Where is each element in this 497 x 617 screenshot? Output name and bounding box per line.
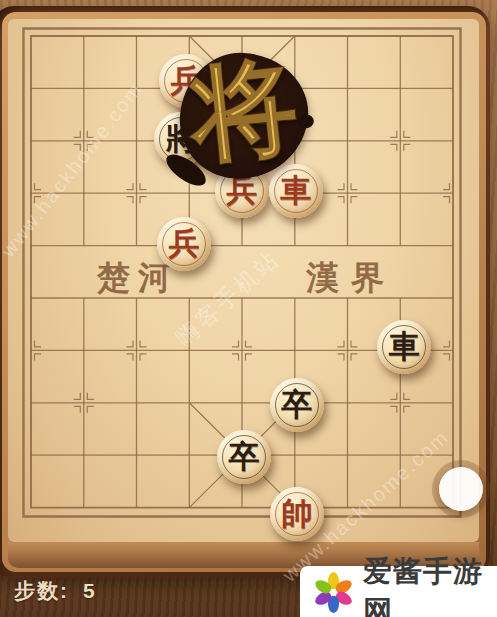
piece-character: 卒 bbox=[217, 430, 271, 484]
piece-character: 帥 bbox=[270, 487, 324, 541]
river-label-right: 漢界 bbox=[306, 258, 396, 298]
piece-red-兵[interactable]: 兵 bbox=[157, 217, 211, 271]
game-screen: 楚河 漢界 兵將兵車兵車卒卒帥 www.hackhome.com 嗨客手机站 w… bbox=[0, 0, 497, 617]
piece-character: 車 bbox=[377, 320, 431, 374]
check-stamp-character: 将 bbox=[186, 54, 302, 170]
piece-red-帥[interactable]: 帥 bbox=[270, 487, 324, 541]
piece-character: 卒 bbox=[270, 378, 324, 432]
site-logo: 爱酱手游网 bbox=[300, 566, 497, 617]
check-stamp: 将 bbox=[177, 50, 311, 183]
piece-black-車[interactable]: 車 bbox=[377, 320, 431, 374]
piece-character: 兵 bbox=[157, 217, 211, 271]
piece-black-卒[interactable]: 卒 bbox=[217, 430, 271, 484]
piece-red-車[interactable]: 車 bbox=[269, 164, 323, 218]
step-counter: 步数:5 bbox=[14, 577, 95, 605]
piece-character: 車 bbox=[269, 164, 323, 218]
white-circle-button[interactable] bbox=[439, 467, 483, 511]
site-logo-text: 爱酱手游网 bbox=[363, 552, 497, 617]
step-counter-value: 5 bbox=[83, 579, 95, 602]
piece-black-卒[interactable]: 卒 bbox=[270, 378, 324, 432]
step-counter-label: 步数: bbox=[14, 579, 69, 602]
flower-logo-icon bbox=[311, 570, 355, 614]
